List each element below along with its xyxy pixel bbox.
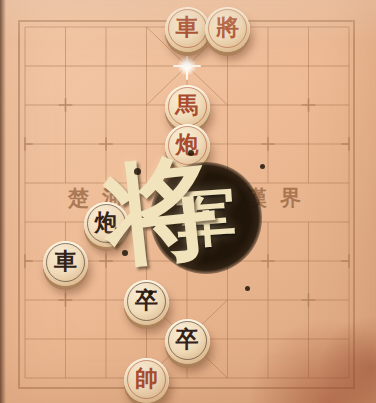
piece-red-chariot[interactable]: 車 — [165, 7, 210, 52]
piece-black-soldier-1[interactable]: 卒 — [124, 280, 169, 325]
piece-glyph: 炮 — [176, 133, 199, 156]
piece-glyph: 卒 — [176, 328, 199, 351]
piece-red-cannon[interactable]: 炮 — [165, 124, 210, 169]
piece-black-cannon[interactable]: 炮 — [84, 202, 129, 247]
piece-glyph: 車 — [176, 16, 199, 39]
piece-black-chariot[interactable]: 車 — [43, 241, 88, 286]
piece-black-soldier-2[interactable]: 卒 — [165, 319, 210, 364]
river-label-han: 漢界 — [246, 187, 314, 208]
piece-glyph: 帥 — [135, 367, 158, 390]
piece-glyph: 將 — [216, 16, 239, 39]
piece-glyph: 卒 — [135, 289, 158, 312]
piece-red-general[interactable]: 帥 — [124, 358, 169, 403]
piece-glyph: 炮 — [95, 211, 118, 234]
piece-glyph: 車 — [54, 250, 77, 273]
piece-glyph: 馬 — [176, 94, 199, 117]
game-screen: 楚河 漢界 車將馬炮炮車卒卒帥 军 将 — [0, 0, 376, 403]
piece-black-general[interactable]: 將 — [205, 7, 250, 52]
